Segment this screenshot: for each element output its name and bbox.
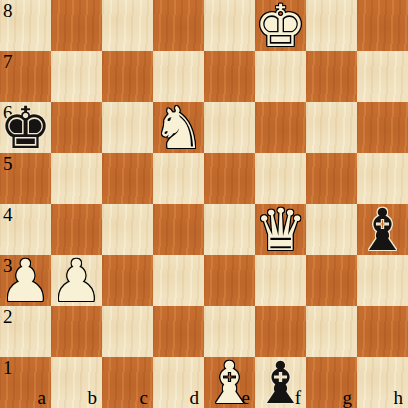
square-d2[interactable] bbox=[153, 306, 204, 357]
rank-label-4: 4 bbox=[3, 205, 13, 224]
square-c1[interactable]: c bbox=[102, 357, 153, 408]
square-f6[interactable] bbox=[255, 102, 306, 153]
square-a3[interactable]: 3♟ bbox=[0, 255, 51, 306]
square-g8[interactable] bbox=[306, 0, 357, 51]
square-g2[interactable] bbox=[306, 306, 357, 357]
square-d8[interactable] bbox=[153, 0, 204, 51]
square-f1[interactable]: f♝ bbox=[255, 357, 306, 408]
square-b3[interactable]: ♟ bbox=[51, 255, 102, 306]
black-bishop[interactable]: ♝ bbox=[255, 354, 307, 408]
square-c3[interactable] bbox=[102, 255, 153, 306]
square-h4[interactable]: ♝ bbox=[357, 204, 408, 255]
square-c5[interactable] bbox=[102, 153, 153, 204]
square-b5[interactable] bbox=[51, 153, 102, 204]
square-b8[interactable] bbox=[51, 0, 102, 51]
square-c8[interactable] bbox=[102, 0, 153, 51]
square-a1[interactable]: 1a bbox=[0, 357, 51, 408]
square-e6[interactable] bbox=[204, 102, 255, 153]
square-e3[interactable] bbox=[204, 255, 255, 306]
white-pawn[interactable]: ♟ bbox=[0, 252, 52, 310]
file-label-b: b bbox=[88, 388, 98, 407]
square-h1[interactable]: h bbox=[357, 357, 408, 408]
square-g1[interactable]: g bbox=[306, 357, 357, 408]
square-b7[interactable] bbox=[51, 51, 102, 102]
square-g6[interactable] bbox=[306, 102, 357, 153]
square-d4[interactable] bbox=[153, 204, 204, 255]
file-label-a: a bbox=[38, 388, 46, 407]
white-pawn[interactable]: ♟ bbox=[51, 252, 103, 310]
square-h7[interactable] bbox=[357, 51, 408, 102]
square-f8[interactable]: ♚ bbox=[255, 0, 306, 51]
square-f4[interactable]: ♛ bbox=[255, 204, 306, 255]
square-e4[interactable] bbox=[204, 204, 255, 255]
rank-label-8: 8 bbox=[3, 1, 13, 20]
white-knight[interactable]: ♞ bbox=[153, 99, 205, 157]
black-king[interactable]: ♚ bbox=[0, 99, 52, 157]
square-h6[interactable] bbox=[357, 102, 408, 153]
chessboard: 8♚76♚♞54♛♝3♟♟21abcde♝f♝gh bbox=[0, 0, 408, 408]
square-g7[interactable] bbox=[306, 51, 357, 102]
rank-label-7: 7 bbox=[3, 52, 13, 71]
square-b1[interactable]: b bbox=[51, 357, 102, 408]
square-h8[interactable] bbox=[357, 0, 408, 51]
file-label-g: g bbox=[343, 388, 353, 407]
square-d3[interactable] bbox=[153, 255, 204, 306]
file-label-d: d bbox=[190, 388, 200, 407]
square-c4[interactable] bbox=[102, 204, 153, 255]
square-g4[interactable] bbox=[306, 204, 357, 255]
file-label-h: h bbox=[394, 388, 404, 407]
square-d1[interactable]: d bbox=[153, 357, 204, 408]
rank-label-1: 1 bbox=[3, 358, 13, 377]
square-c6[interactable] bbox=[102, 102, 153, 153]
square-a6[interactable]: 6♚ bbox=[0, 102, 51, 153]
black-bishop[interactable]: ♝ bbox=[357, 201, 408, 259]
square-d6[interactable]: ♞ bbox=[153, 102, 204, 153]
square-e1[interactable]: e♝ bbox=[204, 357, 255, 408]
square-c2[interactable] bbox=[102, 306, 153, 357]
square-e5[interactable] bbox=[204, 153, 255, 204]
square-g5[interactable] bbox=[306, 153, 357, 204]
square-b6[interactable] bbox=[51, 102, 102, 153]
square-c7[interactable] bbox=[102, 51, 153, 102]
white-king[interactable]: ♚ bbox=[255, 0, 307, 55]
white-queen[interactable]: ♛ bbox=[255, 201, 307, 259]
square-g3[interactable] bbox=[306, 255, 357, 306]
square-h2[interactable] bbox=[357, 306, 408, 357]
square-e7[interactable] bbox=[204, 51, 255, 102]
file-label-c: c bbox=[140, 388, 148, 407]
square-a8[interactable]: 8 bbox=[0, 0, 51, 51]
white-bishop[interactable]: ♝ bbox=[204, 354, 256, 408]
square-e8[interactable] bbox=[204, 0, 255, 51]
